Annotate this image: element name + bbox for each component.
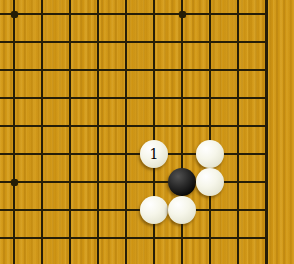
star-point (11, 11, 18, 18)
grid-line-horizontal (0, 13, 267, 15)
white-stone[interactable] (168, 196, 196, 224)
star-point (11, 179, 18, 186)
board-edge-line (265, 0, 268, 264)
grid-line-vertical (153, 0, 155, 264)
move-number-label: 1 (150, 147, 159, 161)
white-stone[interactable] (196, 140, 224, 168)
grid-line-horizontal (0, 153, 267, 155)
grid-line-vertical (41, 0, 43, 264)
star-point (179, 11, 186, 18)
grid-line-vertical (209, 0, 211, 264)
black-stone[interactable] (168, 168, 196, 196)
grid-line-horizontal (0, 125, 267, 127)
grid-line-horizontal (0, 237, 267, 239)
white-stone[interactable]: 1 (140, 140, 168, 168)
grid-line-vertical (13, 0, 15, 264)
grid-line-vertical (237, 0, 239, 264)
grid-line-vertical (181, 0, 183, 264)
grid-line-horizontal (0, 97, 267, 99)
white-stone[interactable] (140, 196, 168, 224)
grid-line-horizontal (0, 69, 267, 71)
grid-line-horizontal (0, 181, 267, 183)
grid-line-vertical (125, 0, 127, 264)
grid-line-vertical (69, 0, 71, 264)
grid-line-horizontal (0, 41, 267, 43)
grid-line-horizontal (0, 209, 267, 211)
go-board[interactable]: 1 (0, 0, 294, 264)
white-stone[interactable] (196, 168, 224, 196)
grid-line-vertical (97, 0, 99, 264)
